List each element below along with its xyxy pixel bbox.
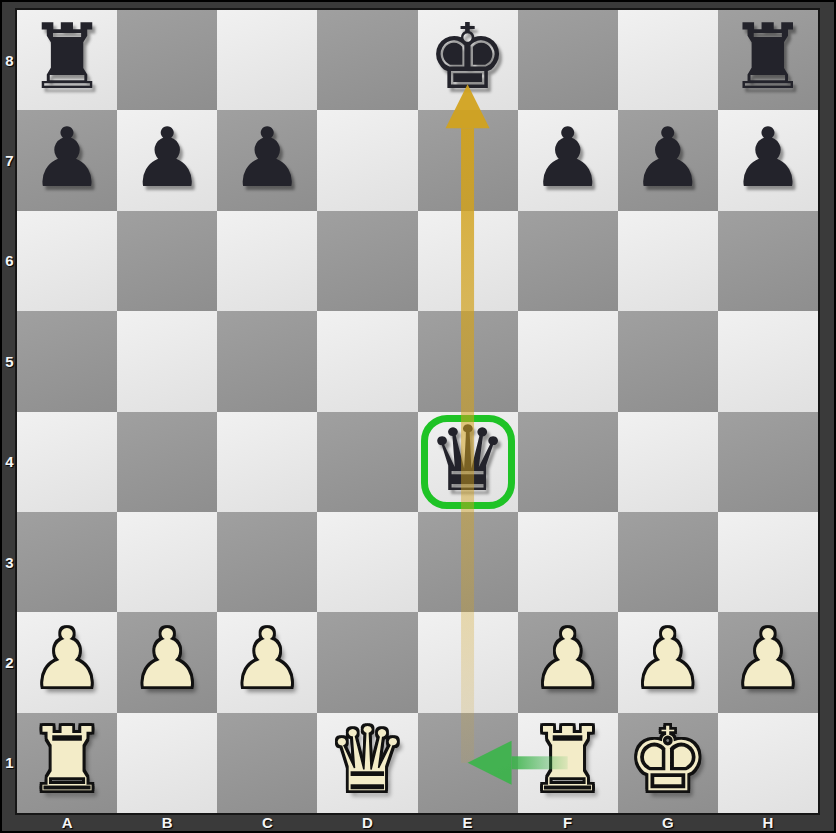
square-h1[interactable] (718, 713, 818, 813)
square-f2[interactable]: ♟ (518, 612, 618, 712)
file-label-e: E (418, 813, 518, 831)
square-b6[interactable] (117, 211, 217, 311)
square-g3[interactable] (618, 512, 718, 612)
square-c3[interactable] (217, 512, 317, 612)
piece-black-pawn-g7[interactable]: ♟ (631, 117, 705, 199)
piece-white-queen-d1[interactable]: ♛ (327, 715, 408, 805)
piece-white-rook-a1[interactable]: ♜ (27, 715, 108, 805)
square-b1[interactable] (117, 713, 217, 813)
piece-white-pawn-h2[interactable]: ♟ (731, 618, 805, 700)
square-a4[interactable] (17, 412, 117, 512)
square-b3[interactable] (117, 512, 217, 612)
piece-white-pawn-c2[interactable]: ♟ (231, 618, 305, 700)
piece-white-pawn-a2[interactable]: ♟ (30, 618, 104, 700)
square-d1[interactable]: ♛ (317, 713, 417, 813)
chess-board-frame: 87654321 ♜♚♜♟♟♟♟♟♟♛♟♟♟♟♟♟♜♛♜♚ ABCDEFGH (0, 0, 836, 833)
square-g4[interactable] (618, 412, 718, 512)
piece-white-king-g1[interactable]: ♚ (627, 715, 708, 805)
square-f5[interactable] (518, 311, 618, 411)
file-label-h: H (718, 813, 818, 831)
rank-label-2: 2 (2, 612, 17, 712)
square-a2[interactable]: ♟ (17, 612, 117, 712)
piece-black-pawn-c7[interactable]: ♟ (231, 117, 305, 199)
square-h4[interactable] (718, 412, 818, 512)
square-f1[interactable]: ♜ (518, 713, 618, 813)
square-e8[interactable]: ♚ (418, 10, 518, 110)
file-label-a: A (17, 813, 117, 831)
rank-coordinates: 87654321 (2, 10, 17, 813)
square-f7[interactable]: ♟ (518, 110, 618, 210)
square-d5[interactable] (317, 311, 417, 411)
square-d7[interactable] (317, 110, 417, 210)
square-h2[interactable]: ♟ (718, 612, 818, 712)
square-d8[interactable] (317, 10, 417, 110)
square-h3[interactable] (718, 512, 818, 612)
file-label-d: D (317, 813, 417, 831)
square-c1[interactable] (217, 713, 317, 813)
square-f4[interactable] (518, 412, 618, 512)
square-d3[interactable] (317, 512, 417, 612)
square-e1[interactable] (418, 713, 518, 813)
file-label-f: F (518, 813, 618, 831)
piece-white-pawn-b2[interactable]: ♟ (130, 618, 204, 700)
square-h6[interactable] (718, 211, 818, 311)
square-c6[interactable] (217, 211, 317, 311)
square-c2[interactable]: ♟ (217, 612, 317, 712)
piece-black-pawn-a7[interactable]: ♟ (30, 117, 104, 199)
rank-label-3: 3 (2, 512, 17, 612)
square-a1[interactable]: ♜ (17, 713, 117, 813)
square-g5[interactable] (618, 311, 718, 411)
file-label-g: G (618, 813, 718, 831)
square-b2[interactable]: ♟ (117, 612, 217, 712)
square-a6[interactable] (17, 211, 117, 311)
rank-label-5: 5 (2, 311, 17, 411)
piece-black-king-e8[interactable]: ♚ (427, 12, 508, 102)
square-g1[interactable]: ♚ (618, 713, 718, 813)
square-e4[interactable]: ♛ (418, 412, 518, 512)
file-label-b: B (117, 813, 217, 831)
rank-label-6: 6 (2, 211, 17, 311)
piece-black-queen-e4[interactable]: ♛ (427, 414, 508, 504)
square-c8[interactable] (217, 10, 317, 110)
square-h7[interactable]: ♟ (718, 110, 818, 210)
square-h5[interactable] (718, 311, 818, 411)
square-a7[interactable]: ♟ (17, 110, 117, 210)
square-e7[interactable] (418, 110, 518, 210)
square-g7[interactable]: ♟ (618, 110, 718, 210)
rank-label-8: 8 (2, 10, 17, 110)
square-d4[interactable] (317, 412, 417, 512)
piece-white-rook-f1[interactable]: ♜ (527, 715, 608, 805)
square-b8[interactable] (117, 10, 217, 110)
file-coordinates: ABCDEFGH (17, 813, 818, 831)
square-c7[interactable]: ♟ (217, 110, 317, 210)
piece-white-pawn-g2[interactable]: ♟ (631, 618, 705, 700)
piece-black-pawn-f7[interactable]: ♟ (531, 117, 605, 199)
square-h8[interactable]: ♜ (718, 10, 818, 110)
square-a8[interactable]: ♜ (17, 10, 117, 110)
square-e2[interactable] (418, 612, 518, 712)
square-g8[interactable] (618, 10, 718, 110)
chess-board: ♜♚♜♟♟♟♟♟♟♛♟♟♟♟♟♟♜♛♜♚ (17, 10, 818, 813)
square-f3[interactable] (518, 512, 618, 612)
square-e5[interactable] (418, 311, 518, 411)
square-e6[interactable] (418, 211, 518, 311)
square-d6[interactable] (317, 211, 417, 311)
piece-white-pawn-f2[interactable]: ♟ (531, 618, 605, 700)
square-c4[interactable] (217, 412, 317, 512)
square-a5[interactable] (17, 311, 117, 411)
piece-black-pawn-h7[interactable]: ♟ (731, 117, 805, 199)
rank-label-1: 1 (2, 713, 17, 813)
square-b7[interactable]: ♟ (117, 110, 217, 210)
square-b4[interactable] (117, 412, 217, 512)
square-a3[interactable] (17, 512, 117, 612)
rank-label-7: 7 (2, 110, 17, 210)
square-f6[interactable] (518, 211, 618, 311)
piece-black-rook-h8[interactable]: ♜ (728, 12, 809, 102)
square-c5[interactable] (217, 311, 317, 411)
square-e3[interactable] (418, 512, 518, 612)
square-f8[interactable] (518, 10, 618, 110)
rank-label-4: 4 (2, 412, 17, 512)
piece-black-rook-a8[interactable]: ♜ (27, 12, 108, 102)
square-d2[interactable] (317, 612, 417, 712)
file-label-c: C (217, 813, 317, 831)
square-g2[interactable]: ♟ (618, 612, 718, 712)
square-g6[interactable] (618, 211, 718, 311)
piece-black-pawn-b7[interactable]: ♟ (130, 117, 204, 199)
square-b5[interactable] (117, 311, 217, 411)
